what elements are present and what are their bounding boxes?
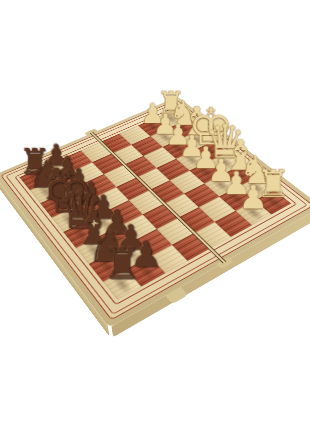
black-rook-glyph: ♜ (87, 242, 157, 285)
white-pawn-glyph: ♟ (222, 181, 285, 214)
chess-set-photo: ♜♞♝♛♚♝♞♜♟♟♟♟♟♟♟♟♟♟♟♟♟♟♟♟♜♞♝♛♚♝♞♜ (0, 0, 310, 430)
chess-board: ♜♞♝♛♚♝♞♜♟♟♟♟♟♟♟♟♟♟♟♟♟♟♟♟♜♞♝♛♚♝♞♜ (0, 96, 310, 327)
